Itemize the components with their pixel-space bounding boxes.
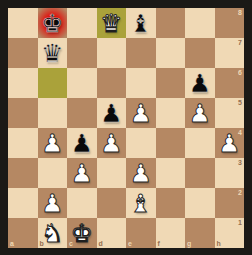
- square-a5[interactable]: [8, 98, 38, 128]
- square-h3[interactable]: 3: [215, 158, 245, 188]
- square-e3[interactable]: ♟: [126, 158, 156, 188]
- square-c4[interactable]: ♟: [67, 128, 97, 158]
- square-f1[interactable]: f: [156, 218, 186, 248]
- square-b3[interactable]: [38, 158, 68, 188]
- black-pawn-piece[interactable]: ♟: [97, 98, 127, 128]
- square-b8[interactable]: ♚: [38, 8, 68, 38]
- black-king-piece[interactable]: ♚: [38, 8, 68, 38]
- square-c6[interactable]: [67, 68, 97, 98]
- square-g2[interactable]: [185, 188, 215, 218]
- black-pawn-piece[interactable]: ♟: [185, 68, 215, 98]
- rank-label-7: 7: [238, 39, 242, 46]
- rank-label-2: 2: [238, 189, 242, 196]
- square-f4[interactable]: [156, 128, 186, 158]
- square-g7[interactable]: [185, 38, 215, 68]
- square-h2[interactable]: 2: [215, 188, 245, 218]
- white-pawn-piece[interactable]: ♟: [126, 98, 156, 128]
- square-g1[interactable]: g: [185, 218, 215, 248]
- square-b1[interactable]: ♞b: [38, 218, 68, 248]
- square-f7[interactable]: [156, 38, 186, 68]
- white-pawn-piece[interactable]: ♟: [38, 188, 68, 218]
- square-a7[interactable]: [8, 38, 38, 68]
- square-b7[interactable]: ♛: [38, 38, 68, 68]
- square-a8[interactable]: [8, 8, 38, 38]
- file-label-h: h: [217, 240, 221, 247]
- black-pawn-piece[interactable]: ♟: [67, 128, 97, 158]
- square-d5[interactable]: ♟: [97, 98, 127, 128]
- file-label-d: d: [99, 240, 103, 247]
- white-pawn-piece[interactable]: ♟: [215, 128, 245, 158]
- square-h6[interactable]: 6: [215, 68, 245, 98]
- white-pawn-piece[interactable]: ♟: [126, 158, 156, 188]
- square-g6[interactable]: ♟: [185, 68, 215, 98]
- square-c7[interactable]: [67, 38, 97, 68]
- rank-label-5: 5: [238, 99, 242, 106]
- square-a3[interactable]: [8, 158, 38, 188]
- square-d3[interactable]: [97, 158, 127, 188]
- square-b6[interactable]: [38, 68, 68, 98]
- square-g5[interactable]: ♟: [185, 98, 215, 128]
- rank-label-1: 1: [238, 219, 242, 226]
- square-a2[interactable]: [8, 188, 38, 218]
- rank-label-6: 6: [238, 69, 242, 76]
- white-bishop-piece[interactable]: ♝: [126, 188, 156, 218]
- black-queen-piece[interactable]: ♛: [38, 38, 68, 68]
- square-f3[interactable]: [156, 158, 186, 188]
- square-c2[interactable]: [67, 188, 97, 218]
- square-b4[interactable]: ♟: [38, 128, 68, 158]
- white-queen-piece[interactable]: ♛: [97, 8, 127, 38]
- square-e2[interactable]: ♝: [126, 188, 156, 218]
- square-a1[interactable]: a: [8, 218, 38, 248]
- white-pawn-piece[interactable]: ♟: [185, 98, 215, 128]
- white-pawn-piece[interactable]: ♟: [38, 128, 68, 158]
- square-f6[interactable]: [156, 68, 186, 98]
- square-h4[interactable]: ♟4: [215, 128, 245, 158]
- square-c3[interactable]: ♟: [67, 158, 97, 188]
- square-c8[interactable]: [67, 8, 97, 38]
- square-d1[interactable]: d: [97, 218, 127, 248]
- file-label-g: g: [187, 240, 191, 247]
- file-label-f: f: [158, 240, 160, 247]
- rank-label-3: 3: [238, 159, 242, 166]
- square-g3[interactable]: [185, 158, 215, 188]
- white-pawn-piece[interactable]: ♟: [67, 158, 97, 188]
- square-h7[interactable]: 7: [215, 38, 245, 68]
- chess-board[interactable]: ♚♛♝8♛7♟6♟♟♟5♟♟♟♟4♟♟3♟♝2a♞b♚cdefgh1: [8, 8, 244, 248]
- white-pawn-piece[interactable]: ♟: [97, 128, 127, 158]
- square-e4[interactable]: [126, 128, 156, 158]
- square-f2[interactable]: [156, 188, 186, 218]
- square-c1[interactable]: ♚c: [67, 218, 97, 248]
- white-king-piece[interactable]: ♚: [67, 218, 97, 248]
- square-a4[interactable]: [8, 128, 38, 158]
- square-d8[interactable]: ♛: [97, 8, 127, 38]
- black-bishop-piece[interactable]: ♝: [126, 8, 156, 38]
- rank-label-8: 8: [238, 9, 242, 16]
- square-e5[interactable]: ♟: [126, 98, 156, 128]
- square-e1[interactable]: e: [126, 218, 156, 248]
- square-d2[interactable]: [97, 188, 127, 218]
- file-label-e: e: [128, 240, 132, 247]
- square-h8[interactable]: 8: [215, 8, 245, 38]
- square-h5[interactable]: 5: [215, 98, 245, 128]
- square-e7[interactable]: [126, 38, 156, 68]
- square-f5[interactable]: [156, 98, 186, 128]
- square-c5[interactable]: [67, 98, 97, 128]
- file-label-a: a: [10, 240, 14, 247]
- square-g8[interactable]: [185, 8, 215, 38]
- square-h1[interactable]: h1: [215, 218, 245, 248]
- square-d6[interactable]: [97, 68, 127, 98]
- square-e6[interactable]: [126, 68, 156, 98]
- square-b5[interactable]: [38, 98, 68, 128]
- square-g4[interactable]: [185, 128, 215, 158]
- square-b2[interactable]: ♟: [38, 188, 68, 218]
- square-e8[interactable]: ♝: [126, 8, 156, 38]
- white-knight-piece[interactable]: ♞: [38, 218, 68, 248]
- square-a6[interactable]: [8, 68, 38, 98]
- square-d7[interactable]: [97, 38, 127, 68]
- square-d4[interactable]: ♟: [97, 128, 127, 158]
- board-frame: ♚♛♝8♛7♟6♟♟♟5♟♟♟♟4♟♟3♟♝2a♞b♚cdefgh1: [0, 0, 252, 255]
- square-f8[interactable]: [156, 8, 186, 38]
